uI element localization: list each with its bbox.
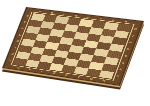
rank-label-right-6: 6 — [129, 41, 133, 44]
rank-label-left-6: 6 — [21, 27, 24, 30]
square-h1 — [99, 70, 114, 79]
rank-label-left-5: 5 — [18, 33, 21, 36]
file-label-bottom-e: e — [65, 74, 68, 77]
file-label-bottom-b: b — [28, 68, 32, 71]
file-label-top-b: b — [50, 11, 54, 14]
file-label-bottom-h: h — [102, 79, 106, 82]
rank-label-left-8: 8 — [26, 15, 29, 18]
rank-label-left-3: 3 — [13, 46, 16, 49]
file-label-top-d: d — [74, 14, 78, 17]
rank-label-right-4: 4 — [124, 55, 128, 58]
file-label-top-g: g — [111, 19, 115, 22]
rank-label-left-4: 4 — [16, 40, 19, 43]
file-label-top-f: f — [100, 17, 102, 20]
file-label-bottom-a: a — [17, 66, 20, 69]
rank-label-right-5: 5 — [126, 48, 130, 51]
rank-label-right-3: 3 — [121, 61, 125, 64]
chessboard-product-photo: aabbccddeeffgghh8877665544332211 — [0, 0, 150, 106]
file-label-top-c: c — [62, 13, 65, 16]
rank-label-left-1: 1 — [8, 59, 11, 62]
rank-label-left-2: 2 — [11, 53, 14, 56]
rank-label-left-7: 7 — [23, 21, 26, 24]
file-label-bottom-f: f — [78, 75, 80, 78]
rank-label-right-1: 1 — [116, 75, 120, 78]
file-label-bottom-c: c — [40, 70, 43, 73]
file-label-bottom-g: g — [89, 77, 93, 80]
file-label-bottom-d: d — [52, 72, 56, 75]
rank-label-right-2: 2 — [119, 68, 123, 71]
rank-label-right-8: 8 — [134, 28, 138, 31]
file-label-top-h: h — [124, 20, 128, 23]
file-label-top-a: a — [39, 10, 42, 13]
file-label-top-e: e — [87, 16, 90, 19]
rank-label-right-7: 7 — [131, 34, 135, 37]
